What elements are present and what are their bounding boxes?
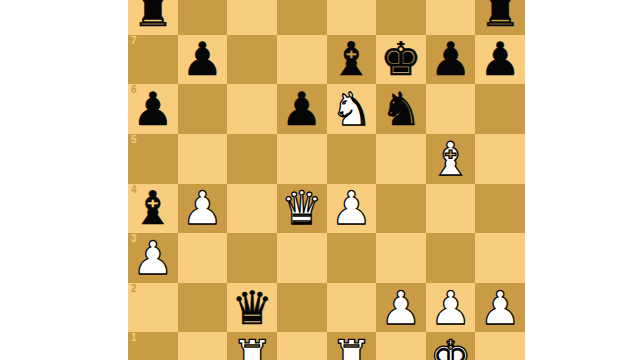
square-h3[interactable] [475, 233, 525, 283]
square-d4[interactable]: ♛ [277, 184, 327, 234]
square-g3[interactable] [426, 233, 476, 283]
square-h2[interactable]: ♟ [475, 283, 525, 333]
square-f4[interactable] [376, 184, 426, 234]
piece-white-pawn[interactable]: ♟ [430, 285, 471, 331]
square-c8[interactable] [227, 0, 277, 35]
rank-label-4: 4 [131, 185, 137, 195]
square-c2[interactable]: ♛ [227, 283, 277, 333]
square-e3[interactable] [327, 233, 377, 283]
piece-white-pawn[interactable]: ♟ [132, 235, 173, 281]
square-g2[interactable]: ♟ [426, 283, 476, 333]
square-b4[interactable]: ♟ [178, 184, 228, 234]
piece-white-rook[interactable]: ♜ [331, 334, 372, 360]
square-f7[interactable]: ♚ [376, 35, 426, 85]
piece-white-pawn[interactable]: ♟ [380, 285, 421, 331]
square-d3[interactable] [277, 233, 327, 283]
square-b1[interactable] [178, 332, 228, 360]
square-h4[interactable] [475, 184, 525, 234]
piece-white-rook[interactable]: ♜ [231, 334, 272, 360]
square-g5[interactable]: ♝ [426, 134, 476, 184]
square-g1[interactable]: ♚ [426, 332, 476, 360]
piece-black-queen[interactable]: ♛ [231, 285, 272, 331]
piece-black-pawn[interactable]: ♟ [132, 86, 173, 132]
piece-black-king[interactable]: ♚ [380, 36, 421, 82]
piece-white-pawn[interactable]: ♟ [182, 185, 223, 231]
square-b6[interactable] [178, 84, 228, 134]
square-f1[interactable] [376, 332, 426, 360]
square-c5[interactable] [227, 134, 277, 184]
square-f8[interactable] [376, 0, 426, 35]
piece-black-rook[interactable]: ♜ [132, 0, 173, 33]
chess-board: 8♜♜7♟♝♚♟♟6♟♟♞♞5♝4♝♟♛♟3♟2♛♟♟♟1♜♜♚ [128, 0, 525, 360]
square-h1[interactable] [475, 332, 525, 360]
square-g8[interactable] [426, 0, 476, 35]
square-h8[interactable]: ♜ [475, 0, 525, 35]
rank-label-6: 6 [131, 85, 137, 95]
piece-black-pawn[interactable]: ♟ [281, 86, 322, 132]
square-d2[interactable] [277, 283, 327, 333]
square-b3[interactable] [178, 233, 228, 283]
page: 8♜♜7♟♝♚♟♟6♟♟♞♞5♝4♝♟♛♟3♟2♛♟♟♟1♜♜♚ [0, 0, 640, 360]
rank-label-2: 2 [131, 284, 137, 294]
rank-label-1: 1 [131, 333, 137, 343]
piece-black-pawn[interactable]: ♟ [430, 36, 471, 82]
square-h7[interactable]: ♟ [475, 35, 525, 85]
piece-white-queen[interactable]: ♛ [281, 185, 322, 231]
square-h6[interactable] [475, 84, 525, 134]
piece-black-rook[interactable]: ♜ [480, 0, 521, 33]
piece-black-knight[interactable]: ♞ [380, 86, 421, 132]
square-g6[interactable] [426, 84, 476, 134]
square-e5[interactable] [327, 134, 377, 184]
square-b7[interactable]: ♟ [178, 35, 228, 85]
square-e2[interactable] [327, 283, 377, 333]
square-e6[interactable]: ♞ [327, 84, 377, 134]
square-d5[interactable] [277, 134, 327, 184]
square-f3[interactable] [376, 233, 426, 283]
square-a2[interactable]: 2 [128, 283, 178, 333]
piece-black-pawn[interactable]: ♟ [182, 36, 223, 82]
square-a6[interactable]: 6♟ [128, 84, 178, 134]
rank-label-5: 5 [131, 135, 137, 145]
square-c1[interactable]: ♜ [227, 332, 277, 360]
rank-label-7: 7 [131, 36, 137, 46]
piece-white-pawn[interactable]: ♟ [480, 285, 521, 331]
square-d8[interactable] [277, 0, 327, 35]
square-a1[interactable]: 1 [128, 332, 178, 360]
square-d1[interactable] [277, 332, 327, 360]
square-e4[interactable]: ♟ [327, 184, 377, 234]
piece-white-knight[interactable]: ♞ [331, 86, 372, 132]
piece-black-bishop[interactable]: ♝ [331, 36, 372, 82]
square-d6[interactable]: ♟ [277, 84, 327, 134]
piece-black-bishop[interactable]: ♝ [132, 185, 173, 231]
square-a3[interactable]: 3♟ [128, 233, 178, 283]
square-b5[interactable] [178, 134, 228, 184]
square-c7[interactable] [227, 35, 277, 85]
square-c4[interactable] [227, 184, 277, 234]
square-a8[interactable]: 8♜ [128, 0, 178, 35]
square-d7[interactable] [277, 35, 327, 85]
square-a7[interactable]: 7 [128, 35, 178, 85]
square-b8[interactable] [178, 0, 228, 35]
square-e8[interactable] [327, 0, 377, 35]
square-g7[interactable]: ♟ [426, 35, 476, 85]
square-a5[interactable]: 5 [128, 134, 178, 184]
square-c6[interactable] [227, 84, 277, 134]
piece-white-pawn[interactable]: ♟ [331, 185, 372, 231]
piece-black-pawn[interactable]: ♟ [480, 36, 521, 82]
square-g4[interactable] [426, 184, 476, 234]
square-f2[interactable]: ♟ [376, 283, 426, 333]
rank-label-3: 3 [131, 234, 137, 244]
square-h5[interactable] [475, 134, 525, 184]
square-e7[interactable]: ♝ [327, 35, 377, 85]
square-b2[interactable] [178, 283, 228, 333]
square-f5[interactable] [376, 134, 426, 184]
square-c3[interactable] [227, 233, 277, 283]
piece-white-bishop[interactable]: ♝ [430, 136, 471, 182]
square-e1[interactable]: ♜ [327, 332, 377, 360]
square-a4[interactable]: 4♝ [128, 184, 178, 234]
piece-white-king[interactable]: ♚ [430, 334, 471, 360]
square-f6[interactable]: ♞ [376, 84, 426, 134]
